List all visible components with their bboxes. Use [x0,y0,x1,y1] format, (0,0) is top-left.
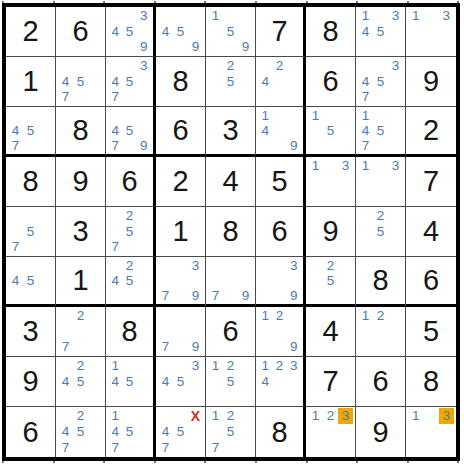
solved-digit: 9 [72,167,88,196]
cell-r9c8[interactable]: 9 [356,407,406,457]
empty-candidate-slot [108,288,122,303]
cell-r3c3[interactable]: 4579 [106,107,156,157]
empty-candidate-slot [272,89,286,105]
empty-candidate-slot [208,58,223,74]
cell-r5c9[interactable]: 4 [406,207,456,257]
empty-candidate-slot [108,389,122,405]
candidate-3: 3 [188,258,203,273]
cell-r1c8[interactable]: 1345 [356,7,406,57]
empty-candidate-slot [439,424,454,440]
cell-r8c8[interactable]: 6 [356,357,406,407]
empty-candidate-slot [158,273,173,288]
sudoku-board: 2634594591597813451314573457825246345794… [2,3,460,461]
pencil-marks: 13 [406,407,456,457]
empty-candidate-slot [88,58,103,74]
candidate-7: 7 [108,138,122,153]
candidate-2: 2 [373,208,388,224]
empty-candidate-slot [88,339,103,355]
empty-candidate-slot [88,424,103,440]
pencil-marks: 27 [56,307,105,356]
cell-r4c8[interactable]: 13 [356,157,406,207]
cell-r4c4[interactable]: 2 [156,157,206,207]
cell-r8c5[interactable]: 125 [206,357,256,407]
empty-candidate-slot [122,389,136,405]
pencil-marks: 457 [56,57,105,106]
candidate-7: 7 [58,89,73,105]
cell-r2c5[interactable]: 25 [206,57,256,107]
candidate-9: 9 [238,288,253,303]
cell-r8c7[interactable]: 7 [306,357,356,407]
candidate-7: 7 [58,339,73,355]
cell-r6c3[interactable]: 245 [106,257,156,307]
empty-candidate-slot [388,224,403,240]
cell-r5c8[interactable]: 25 [356,207,406,257]
empty-candidate-slot [373,58,388,74]
empty-candidate-slot [137,408,151,424]
empty-candidate-slot [137,89,151,105]
cell-r9c2[interactable]: 2457 [56,407,106,457]
cell-r1c2[interactable]: 6 [56,7,106,57]
empty-candidate-slot [173,258,188,273]
crop-artifact-bottom-ticks [2,461,460,463]
empty-candidate-slot [8,258,23,273]
empty-candidate-slot [208,74,223,90]
empty-candidate-slot [173,440,188,456]
solved-digit: 7 [322,367,338,396]
empty-candidate-slot [338,189,353,205]
empty-candidate-slot [272,324,286,340]
cell-r9c6[interactable]: 8 [256,407,306,457]
empty-candidate-slot [122,239,136,255]
cell-r6c6[interactable]: 39 [256,257,306,307]
cell-r6c2[interactable]: 1 [56,257,106,307]
solved-digit: 9 [322,217,338,246]
empty-candidate-slot [158,389,173,405]
empty-candidate-slot [308,189,323,205]
candidate-1: 1 [358,8,373,24]
candidate-5: 5 [23,123,38,138]
cell-r7c2[interactable]: 27 [56,307,106,357]
empty-candidate-slot [188,374,203,390]
candidate-5: 5 [223,74,238,90]
cell-r3c9[interactable]: 2 [406,107,456,157]
cell-r8c9[interactable]: 8 [406,357,456,407]
page: 2634594591597813451314573457825246345794… [0,0,464,463]
empty-candidate-slot [258,273,272,288]
solved-digit: 6 [372,367,388,396]
pencil-marks: 149 [256,107,303,154]
empty-candidate-slot [208,273,223,288]
candidate-4: 4 [108,24,122,40]
empty-candidate-slot [238,258,253,273]
cell-r5c5[interactable]: 8 [206,207,256,257]
cell-r2c3[interactable]: 3457 [106,57,156,107]
candidate-3: 3 [388,58,403,74]
candidate-5: 5 [73,424,88,440]
empty-candidate-slot [8,208,23,224]
candidate-4: 4 [108,374,122,390]
empty-candidate-slot [408,39,423,55]
cell-r7c7[interactable]: 4 [306,307,356,357]
pencil-marks: 1345 [356,7,405,56]
empty-candidate-slot [388,74,403,90]
empty-candidate-slot [323,288,338,303]
solved-digit: 6 [22,418,38,447]
candidate-5: 5 [73,74,88,90]
solved-digit: 9 [423,67,439,96]
empty-candidate-slot [38,123,53,138]
cell-r8c1[interactable]: 9 [6,357,56,407]
pencil-marks: 1257 [206,407,255,457]
cell-r1c1[interactable]: 2 [6,7,56,57]
candidate-2: 2 [323,258,338,273]
pencil-marks: 25 [306,257,355,304]
cell-r7c1[interactable]: 3 [6,307,56,357]
cell-r7c8[interactable]: 12 [356,307,406,357]
cell-r1c7[interactable]: 8 [306,7,356,57]
empty-candidate-slot [373,108,388,123]
empty-candidate-slot [158,258,173,273]
empty-candidate-slot [108,224,122,240]
empty-candidate-slot [38,138,53,153]
empty-candidate-slot [223,288,238,303]
cell-r5c2[interactable]: 3 [56,207,106,257]
cell-r3c5[interactable]: 3 [206,107,256,157]
empty-candidate-slot [73,58,88,74]
cell-r4c5[interactable]: 4 [206,157,256,207]
empty-candidate-slot [58,389,73,405]
candidate-5: 5 [23,273,38,288]
candidate-4: 4 [358,24,373,40]
cell-r4c7[interactable]: 13 [306,157,356,207]
empty-candidate-slot [408,424,423,440]
candidate-5: 5 [122,24,136,40]
cell-r5c4[interactable]: 1 [156,207,206,257]
empty-candidate-slot [287,58,301,74]
cell-r8c6[interactable]: 1234 [256,357,306,407]
candidate-5: 5 [373,123,388,138]
candidate-5: 5 [122,123,136,138]
empty-candidate-slot [373,239,388,255]
empty-candidate-slot [108,8,122,24]
empty-candidate-slot [388,108,403,123]
empty-candidate-slot [137,208,151,224]
empty-candidate-slot [108,39,122,55]
cell-r4c9[interactable]: 7 [406,157,456,207]
empty-candidate-slot [338,174,353,190]
empty-candidate-slot [423,424,438,440]
empty-candidate-slot [38,258,53,273]
empty-candidate-slot [158,8,173,24]
empty-candidate-slot [88,308,103,324]
candidate-7: 7 [208,440,223,456]
empty-candidate-slot [238,74,253,90]
candidate-4: 4 [108,273,122,288]
candidate-7: 7 [158,440,173,456]
empty-candidate-slot [188,324,203,340]
candidate-1: 1 [108,408,122,424]
empty-candidate-slot [158,39,173,55]
empty-candidate-slot [308,440,323,456]
cell-r2c4[interactable]: 8 [156,57,206,107]
solved-digit: 6 [222,317,238,346]
candidate-2: 2 [73,308,88,324]
pencil-marks: 39 [256,257,303,304]
empty-candidate-slot [388,89,403,105]
solved-digit: 8 [322,17,338,46]
empty-candidate-slot [122,358,136,374]
empty-candidate-slot [173,308,188,324]
solved-digit: 2 [172,167,188,196]
candidate-1: 1 [308,158,323,174]
empty-candidate-slot [287,273,301,288]
empty-candidate-slot [272,288,286,303]
empty-candidate-slot [23,108,38,123]
pencil-marks: 24 [256,57,303,106]
empty-candidate-slot [338,288,353,303]
candidate-5: 5 [122,424,136,440]
cell-r1c5[interactable]: 159 [206,7,256,57]
empty-candidate-slot [188,24,203,40]
cell-r4c3[interactable]: 6 [106,157,156,207]
empty-candidate-slot [238,358,253,374]
pencil-marks: 3457 [106,57,153,106]
candidate-2: 2 [122,258,136,273]
cell-r3c2[interactable]: 8 [56,107,106,157]
cell-r6c1[interactable]: 45 [6,257,56,307]
empty-candidate-slot [208,424,223,440]
empty-candidate-slot [373,174,388,190]
cell-r8c3[interactable]: 145 [106,357,156,407]
candidate-5: 5 [223,24,238,40]
cell-r2c7[interactable]: 6 [306,57,356,107]
empty-candidate-slot [287,123,301,138]
empty-candidate-slot [173,389,188,405]
cell-r2c9[interactable]: 9 [406,57,456,107]
candidate-7: 7 [58,440,73,456]
cell-r9c1[interactable]: 6 [6,407,56,457]
candidate-3: 3 [338,158,353,174]
candidate-1: 1 [108,358,122,374]
cell-r7c6[interactable]: 129 [256,307,306,357]
cell-r2c1[interactable]: 1 [6,57,56,107]
empty-candidate-slot [423,8,438,24]
empty-candidate-slot [223,440,238,456]
candidate-5: 5 [223,374,238,390]
pencil-marks: 245 [106,257,153,304]
cell-r3c1[interactable]: 457 [6,107,56,157]
cell-r1c4[interactable]: 459 [156,7,206,57]
cell-r3c8[interactable]: 1457 [356,107,406,157]
empty-candidate-slot [308,138,323,153]
candidate-1: 1 [358,158,373,174]
cell-r5c3[interactable]: 257 [106,207,156,257]
cell-r7c3[interactable]: 8 [106,307,156,357]
candidate-5: 5 [173,424,188,440]
empty-candidate-slot [38,224,53,240]
cell-r7c5[interactable]: 6 [206,307,256,357]
cell-r9c3[interactable]: 1457 [106,407,156,457]
solved-digit: 8 [372,266,388,295]
cell-r7c9[interactable]: 5 [406,307,456,357]
empty-candidate-slot [439,39,454,55]
cell-r1c6[interactable]: 7 [256,7,306,57]
empty-candidate-slot [208,258,223,273]
cell-r7c4[interactable]: 79 [156,307,206,357]
empty-candidate-slot [388,308,403,324]
empty-candidate-slot [58,308,73,324]
candidate-4: 4 [158,424,173,440]
cell-r8c2[interactable]: 245 [56,357,106,407]
candidate-1: 1 [408,8,423,24]
empty-candidate-slot [408,440,423,456]
empty-candidate-slot [338,273,353,288]
candidate-9: 9 [238,39,253,55]
empty-candidate-slot [258,389,272,405]
empty-candidate-slot [338,258,353,273]
cell-r1c3[interactable]: 3459 [106,7,156,57]
cell-r3c7[interactable]: 15 [306,107,356,157]
empty-candidate-slot [23,208,38,224]
pencil-marks: 13 [406,7,456,56]
cell-r9c9[interactable]: 13 [406,407,456,457]
empty-candidate-slot [308,258,323,273]
cell-r8c4[interactable]: 345 [156,357,206,407]
pencil-marks: 145 [106,357,153,406]
candidate-4: 4 [8,123,23,138]
empty-candidate-slot [122,408,136,424]
candidate-4: 4 [8,273,23,288]
empty-candidate-slot [373,89,388,105]
cell-r2c6[interactable]: 24 [256,57,306,107]
empty-candidate-slot [373,324,388,340]
solved-digit: 2 [423,116,439,145]
candidate-5: 5 [173,374,188,390]
cell-r5c1[interactable]: 57 [6,207,56,257]
cell-r6c5[interactable]: 79 [206,257,256,307]
pencil-marks: 125 [206,357,255,406]
cell-r6c9[interactable]: 6 [406,257,456,307]
empty-candidate-slot [8,224,23,240]
candidate-5: 5 [122,273,136,288]
empty-candidate-slot [108,258,122,273]
cell-r2c8[interactable]: 3457 [356,57,406,107]
empty-candidate-slot [38,208,53,224]
cell-r2c2[interactable]: 457 [56,57,106,107]
pencil-marks: 1457 [106,407,153,457]
empty-candidate-slot [223,39,238,55]
cell-r4c6[interactable]: 5 [256,157,306,207]
pencil-marks: 3459 [106,7,153,56]
empty-candidate-slot [287,389,301,405]
empty-candidate-slot [373,8,388,24]
cell-r9c5[interactable]: 1257 [206,407,256,457]
candidate-1: 1 [208,408,223,424]
empty-candidate-slot [323,108,338,123]
pencil-marks: X457 [156,407,205,457]
candidate-3: 3 [439,8,454,24]
cell-r1c9[interactable]: 13 [406,7,456,57]
candidate-4: 4 [58,424,73,440]
pencil-marks: 25 [206,57,255,106]
candidate-5: 5 [223,424,238,440]
cell-r5c6[interactable]: 6 [256,207,306,257]
candidate-1: 1 [308,108,323,123]
cell-r6c8[interactable]: 8 [356,257,406,307]
empty-candidate-slot [388,174,403,190]
solved-digit: 9 [22,367,38,396]
solved-digit: 5 [271,167,287,196]
empty-candidate-slot [287,374,301,390]
empty-candidate-slot [308,424,323,440]
candidate-5: 5 [122,224,136,240]
solved-digit: 8 [271,418,287,447]
candidate-9: 9 [188,339,203,355]
cell-r5c7[interactable]: 9 [306,207,356,257]
empty-candidate-slot [238,374,253,390]
candidate-9: 9 [137,138,151,153]
candidate-2: 2 [323,408,338,424]
empty-candidate-slot [323,189,338,205]
empty-candidate-slot [358,58,373,74]
empty-candidate-slot [122,138,136,153]
cell-r4c2[interactable]: 9 [56,157,106,207]
cell-r9c4[interactable]: X457 [156,407,206,457]
candidate-4: 4 [108,74,122,90]
empty-candidate-slot [388,123,403,138]
empty-candidate-slot [373,158,388,174]
empty-candidate-slot [258,138,272,153]
empty-candidate-slot [208,89,223,105]
empty-candidate-slot [238,389,253,405]
empty-candidate-slot [287,108,301,123]
empty-candidate-slot [137,288,151,303]
empty-candidate-slot [188,424,203,440]
cell-r6c4[interactable]: 379 [156,257,206,307]
cell-r4c1[interactable]: 8 [6,157,56,207]
cell-r3c6[interactable]: 149 [256,107,306,157]
empty-candidate-slot [88,89,103,105]
pencil-marks: 129 [256,307,303,356]
candidate-4: 4 [58,374,73,390]
candidate-4: 4 [358,123,373,138]
pencil-marks: 79 [156,307,205,356]
pencil-marks: 345 [156,357,205,406]
pencil-marks: 12 [356,307,405,356]
empty-candidate-slot [58,358,73,374]
empty-candidate-slot [323,138,338,153]
empty-candidate-slot [238,58,253,74]
empty-candidate-slot [188,440,203,456]
candidate-5: 5 [122,74,136,90]
pencil-marks: 159 [206,7,255,56]
empty-candidate-slot [158,408,173,424]
empty-candidate-slot [88,408,103,424]
candidate-7: 7 [208,288,223,303]
cell-r6c7[interactable]: 25 [306,257,356,307]
cell-r3c4[interactable]: 6 [156,107,206,157]
solved-digit: 6 [423,266,439,295]
empty-candidate-slot [208,374,223,390]
empty-candidate-slot [287,89,301,105]
candidate-4: 4 [358,74,373,90]
empty-candidate-slot [388,138,403,153]
solved-digit: 1 [22,67,38,96]
solved-digit: 8 [222,217,238,246]
empty-candidate-slot [323,174,338,190]
empty-candidate-slot [373,189,388,205]
cell-r9c7[interactable]: 123 [306,407,356,457]
